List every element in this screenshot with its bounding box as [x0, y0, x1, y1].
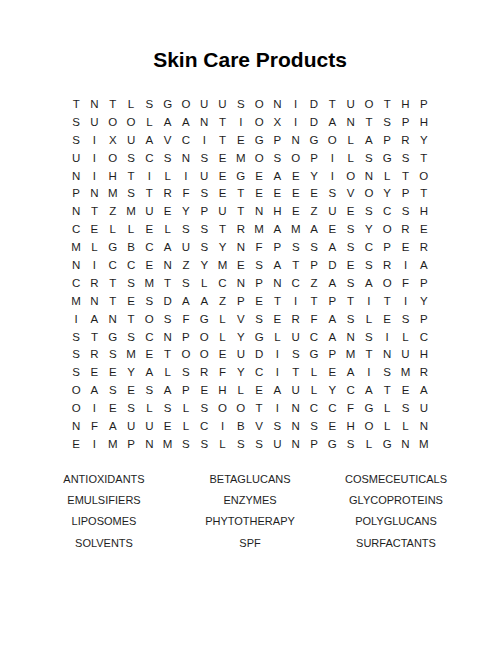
- grid-cell-r9c13: S: [287, 238, 305, 256]
- grid-cell-r9c12: P: [268, 238, 286, 256]
- grid-cell-r19c16: H: [341, 417, 359, 435]
- grid-cell-r5c8: U: [195, 167, 213, 185]
- grid-cell-r3c4: U: [122, 131, 140, 149]
- grid-cell-r16c16: A: [341, 363, 359, 381]
- grid-cell-r12c18: T: [378, 292, 396, 310]
- grid-cell-r16c18: S: [378, 363, 396, 381]
- grid-cell-r2c15: A: [323, 113, 341, 131]
- grid-cell-r2c16: N: [341, 113, 359, 131]
- grid-cell-r8c18: O: [378, 220, 396, 238]
- grid-cell-r17c12: A: [268, 381, 286, 399]
- grid-cell-r8c16: S: [341, 220, 359, 238]
- grid-cell-r17c14: L: [305, 381, 323, 399]
- grid-cell-r10c12: A: [268, 256, 286, 274]
- grid-cell-r12c20: Y: [415, 292, 433, 310]
- grid-cell-r8c1: C: [67, 220, 85, 238]
- grid-cell-r5c20: O: [415, 167, 433, 185]
- grid-cell-r16c4: Y: [122, 363, 140, 381]
- grid-cell-r1c20: P: [415, 95, 433, 113]
- grid-cell-r12c4: E: [122, 292, 140, 310]
- grid-cell-r18c20: U: [415, 399, 433, 417]
- grid-cell-r16c9: F: [213, 363, 231, 381]
- grid-cell-r11c13: C: [287, 274, 305, 292]
- grid-cell-r8c4: L: [122, 220, 140, 238]
- grid-cell-r17c5: S: [140, 381, 158, 399]
- word-list-item: POLYGLUCANS: [323, 511, 469, 532]
- grid-cell-r17c13: U: [287, 381, 305, 399]
- grid-cell-r17c17: A: [360, 381, 378, 399]
- grid-cell-r6c7: F: [177, 184, 195, 202]
- grid-cell-r20c1: E: [67, 435, 85, 453]
- grid-cell-r7c4: M: [122, 202, 140, 220]
- grid-cell-r7c7: Y: [177, 202, 195, 220]
- grid-cell-r8c2: E: [85, 220, 103, 238]
- grid-cell-r14c13: U: [287, 328, 305, 346]
- grid-cell-r3c20: Y: [415, 131, 433, 149]
- grid-cell-r3c2: I: [85, 131, 103, 149]
- grid-cell-r4c9: E: [213, 149, 231, 167]
- grid-cell-r4c7: N: [177, 149, 195, 167]
- grid-cell-r7c20: H: [415, 202, 433, 220]
- grid-cell-r2c12: X: [268, 113, 286, 131]
- grid-cell-r16c11: C: [250, 363, 268, 381]
- grid-cell-r10c20: A: [415, 256, 433, 274]
- grid-cell-r17c2: A: [85, 381, 103, 399]
- grid-cell-r12c3: T: [104, 292, 122, 310]
- grid-cell-r8c14: A: [305, 220, 323, 238]
- grid-cell-r4c20: T: [415, 149, 433, 167]
- grid-cell-r11c16: S: [341, 274, 359, 292]
- grid-cell-r7c2: T: [85, 202, 103, 220]
- grid-cell-r19c17: O: [360, 417, 378, 435]
- grid-cell-r8c20: E: [415, 220, 433, 238]
- grid-cell-r15c20: H: [415, 345, 433, 363]
- grid-cell-r19c9: I: [213, 417, 231, 435]
- grid-cell-r4c14: P: [305, 149, 323, 167]
- grid-cell-r16c20: R: [415, 363, 433, 381]
- grid-cell-r8c6: L: [158, 220, 176, 238]
- word-list-column-1: ANTIOXIDANTSEMULSIFIERSLIPOSOMESSOLVENTS: [31, 469, 177, 554]
- grid-cell-r15c11: D: [250, 345, 268, 363]
- grid-cell-r14c2: T: [85, 328, 103, 346]
- grid-cell-r20c8: S: [195, 435, 213, 453]
- grid-cell-r13c5: O: [140, 310, 158, 328]
- grid-cell-r5c5: I: [140, 167, 158, 185]
- grid-cell-r7c19: S: [396, 202, 414, 220]
- grid-cell-r16c1: S: [67, 363, 85, 381]
- grid-cell-r9c3: G: [104, 238, 122, 256]
- grid-cell-r2c13: I: [287, 113, 305, 131]
- grid-cell-r12c2: N: [85, 292, 103, 310]
- puzzle-page: Skin Care Products TNTLSGOUUSONIDTUOTHPS…: [0, 0, 500, 647]
- grid-cell-r15c12: I: [268, 345, 286, 363]
- grid-cell-r8c10: R: [232, 220, 250, 238]
- grid-cell-r8c13: M: [287, 220, 305, 238]
- grid-cell-r1c10: S: [232, 95, 250, 113]
- grid-cell-r17c7: P: [177, 381, 195, 399]
- grid-cell-r20c19: N: [396, 435, 414, 453]
- grid-cell-r12c9: Z: [213, 292, 231, 310]
- grid-cell-r16c15: E: [323, 363, 341, 381]
- grid-cell-r7c12: H: [268, 202, 286, 220]
- grid-cell-r19c13: N: [287, 417, 305, 435]
- grid-cell-r18c16: F: [341, 399, 359, 417]
- grid-cell-r1c2: N: [85, 95, 103, 113]
- grid-cell-r3c12: P: [268, 131, 286, 149]
- grid-cell-r15c7: O: [177, 345, 195, 363]
- grid-cell-r7c16: E: [341, 202, 359, 220]
- grid-cell-r20c14: P: [305, 435, 323, 453]
- grid-cell-r18c7: L: [177, 399, 195, 417]
- grid-cell-r10c6: N: [158, 256, 176, 274]
- grid-cell-r12c5: S: [140, 292, 158, 310]
- grid-cell-r13c3: N: [104, 310, 122, 328]
- grid-cell-r10c2: I: [85, 256, 103, 274]
- grid-cell-r20c6: M: [158, 435, 176, 453]
- grid-cell-r12c7: A: [177, 292, 195, 310]
- grid-cell-r7c10: T: [232, 202, 250, 220]
- grid-cell-r16c3: E: [104, 363, 122, 381]
- grid-cell-r10c9: M: [213, 256, 231, 274]
- grid-cell-r6c8: S: [195, 184, 213, 202]
- grid-cell-r18c17: G: [360, 399, 378, 417]
- grid-cell-r3c14: G: [305, 131, 323, 149]
- grid-cell-r17c18: T: [378, 381, 396, 399]
- grid-cell-r7c18: C: [378, 202, 396, 220]
- grid-cell-r13c16: S: [341, 310, 359, 328]
- grid-cell-r17c4: E: [122, 381, 140, 399]
- grid-cell-r20c13: N: [287, 435, 305, 453]
- grid-cell-r19c15: E: [323, 417, 341, 435]
- grid-cell-r6c6: R: [158, 184, 176, 202]
- grid-cell-r18c13: N: [287, 399, 305, 417]
- grid-cell-r13c12: E: [268, 310, 286, 328]
- grid-cell-r12c16: T: [341, 292, 359, 310]
- grid-cell-r6c17: O: [360, 184, 378, 202]
- grid-cell-r4c1: U: [67, 149, 85, 167]
- grid-cell-r10c14: P: [305, 256, 323, 274]
- grid-cell-r5c18: L: [378, 167, 396, 185]
- grid-cell-r5c10: G: [232, 167, 250, 185]
- grid-cell-r5c14: Y: [305, 167, 323, 185]
- grid-cell-r3c17: A: [360, 131, 378, 149]
- grid-cell-r11c18: O: [378, 274, 396, 292]
- grid-cell-r4c3: O: [104, 149, 122, 167]
- grid-cell-r6c19: P: [396, 184, 414, 202]
- grid-cell-r3c16: L: [341, 131, 359, 149]
- grid-cell-r9c19: E: [396, 238, 414, 256]
- grid-cell-r15c1: S: [67, 345, 85, 363]
- grid-cell-r18c19: S: [396, 399, 414, 417]
- grid-cell-r9c16: S: [341, 238, 359, 256]
- grid-cell-r18c9: O: [213, 399, 231, 417]
- grid-cell-r9c18: P: [378, 238, 396, 256]
- grid-cell-r6c9: E: [213, 184, 231, 202]
- grid-cell-r6c11: E: [250, 184, 268, 202]
- grid-cell-r20c20: M: [415, 435, 433, 453]
- grid-cell-r14c4: S: [122, 328, 140, 346]
- grid-cell-r13c13: R: [287, 310, 305, 328]
- puzzle-title: Skin Care Products: [0, 0, 500, 73]
- grid-cell-r20c15: G: [323, 435, 341, 453]
- grid-cell-r12c8: A: [195, 292, 213, 310]
- grid-cell-r9c2: L: [85, 238, 103, 256]
- grid-cell-r2c9: T: [213, 113, 231, 131]
- grid-cell-r7c1: N: [67, 202, 85, 220]
- word-list-item: ENZYMES: [177, 490, 323, 511]
- grid-cell-r13c14: F: [305, 310, 323, 328]
- word-list-item: BETAGLUCANS: [177, 469, 323, 490]
- grid-cell-r5c15: I: [323, 167, 341, 185]
- word-list-item: ANTIOXIDANTS: [31, 469, 177, 490]
- grid-cell-r13c6: S: [158, 310, 176, 328]
- grid-cell-r3c1: S: [67, 131, 85, 149]
- grid-cell-r14c14: C: [305, 328, 323, 346]
- grid-cell-r14c8: O: [195, 328, 213, 346]
- grid-cell-r2c2: U: [85, 113, 103, 131]
- grid-cell-r16c8: R: [195, 363, 213, 381]
- grid-cell-r9c10: N: [232, 238, 250, 256]
- word-list: ANTIOXIDANTSEMULSIFIERSLIPOSOMESSOLVENTS…: [0, 469, 500, 554]
- grid-cell-r10c17: S: [360, 256, 378, 274]
- grid-cell-r8c19: R: [396, 220, 414, 238]
- grid-cell-r15c6: T: [158, 345, 176, 363]
- grid-cell-r19c6: E: [158, 417, 176, 435]
- grid-cell-r15c3: S: [104, 345, 122, 363]
- grid-cell-r19c3: A: [104, 417, 122, 435]
- grid-cell-r7c11: N: [250, 202, 268, 220]
- grid-cell-r13c8: G: [195, 310, 213, 328]
- grid-cell-r15c10: U: [232, 345, 250, 363]
- grid-cell-r10c19: I: [396, 256, 414, 274]
- grid-cell-r15c19: U: [396, 345, 414, 363]
- grid-cell-r9c4: B: [122, 238, 140, 256]
- grid-cell-r18c5: L: [140, 399, 158, 417]
- grid-cell-r14c20: C: [415, 328, 433, 346]
- grid-cell-r2c19: P: [396, 113, 414, 131]
- grid-cell-r14c16: N: [341, 328, 359, 346]
- grid-cell-r18c18: L: [378, 399, 396, 417]
- grid-cell-r12c6: D: [158, 292, 176, 310]
- grid-cell-r5c11: E: [250, 167, 268, 185]
- grid-cell-r15c14: G: [305, 345, 323, 363]
- grid-cell-r12c10: P: [232, 292, 250, 310]
- grid-cell-r9c9: Y: [213, 238, 231, 256]
- grid-cell-r2c3: O: [104, 113, 122, 131]
- grid-cell-r10c8: Y: [195, 256, 213, 274]
- grid-cell-r4c19: S: [396, 149, 414, 167]
- grid-cell-r18c3: E: [104, 399, 122, 417]
- grid-cell-r1c15: T: [323, 95, 341, 113]
- grid-cell-r6c16: V: [341, 184, 359, 202]
- grid-cell-r1c6: G: [158, 95, 176, 113]
- grid-cell-r17c8: E: [195, 381, 213, 399]
- grid-cell-r19c19: L: [396, 417, 414, 435]
- grid-cell-r8c17: Y: [360, 220, 378, 238]
- grid-cell-r16c5: A: [140, 363, 158, 381]
- grid-cell-r14c19: L: [396, 328, 414, 346]
- grid-cell-r1c11: O: [250, 95, 268, 113]
- grid-cell-r14c12: L: [268, 328, 286, 346]
- grid-cell-r2c7: A: [177, 113, 195, 131]
- grid-cell-r19c18: L: [378, 417, 396, 435]
- grid-cell-r9c20: R: [415, 238, 433, 256]
- grid-cell-r5c9: E: [213, 167, 231, 185]
- grid-cell-r3c8: I: [195, 131, 213, 149]
- grid-cell-r5c19: T: [396, 167, 414, 185]
- grid-cell-r3c11: G: [250, 131, 268, 149]
- grid-cell-r3c6: V: [158, 131, 176, 149]
- grid-cell-r17c9: H: [213, 381, 231, 399]
- word-list-item: GLYCOPROTEINS: [323, 490, 469, 511]
- grid-cell-r7c14: Z: [305, 202, 323, 220]
- grid-cell-r14c1: S: [67, 328, 85, 346]
- grid-cell-r6c18: Y: [378, 184, 396, 202]
- grid-cell-r8c7: S: [177, 220, 195, 238]
- grid-cell-r1c12: N: [268, 95, 286, 113]
- grid-cell-r19c20: N: [415, 417, 433, 435]
- grid-cell-r16c19: M: [396, 363, 414, 381]
- word-list-column-3: COSMECEUTICALSGLYCOPROTEINSPOLYGLUCANSSU…: [323, 469, 469, 554]
- grid-cell-r11c2: R: [85, 274, 103, 292]
- grid-cell-r2c18: S: [378, 113, 396, 131]
- grid-cell-r3c13: N: [287, 131, 305, 149]
- grid-cell-r1c4: L: [122, 95, 140, 113]
- grid-cell-r20c16: S: [341, 435, 359, 453]
- word-list-item: COSMECEUTICALS: [323, 469, 469, 490]
- grid-cell-r7c5: U: [140, 202, 158, 220]
- grid-cell-r5c6: L: [158, 167, 176, 185]
- grid-cell-r13c11: S: [250, 310, 268, 328]
- grid-cell-r9c1: M: [67, 238, 85, 256]
- grid-cell-r16c17: I: [360, 363, 378, 381]
- grid-cell-r16c14: L: [305, 363, 323, 381]
- grid-cell-r9c5: C: [140, 238, 158, 256]
- grid-cell-r17c16: C: [341, 381, 359, 399]
- grid-cell-r16c2: E: [85, 363, 103, 381]
- grid-cell-r16c6: L: [158, 363, 176, 381]
- grid-cell-r18c4: S: [122, 399, 140, 417]
- grid-cell-r4c4: S: [122, 149, 140, 167]
- grid-cell-r4c8: S: [195, 149, 213, 167]
- grid-cell-r7c13: E: [287, 202, 305, 220]
- grid-cell-r10c7: Z: [177, 256, 195, 274]
- grid-cell-r8c8: S: [195, 220, 213, 238]
- grid-cell-r13c1: I: [67, 310, 85, 328]
- word-list-item: SOLVENTS: [31, 533, 177, 554]
- grid-cell-r12c1: M: [67, 292, 85, 310]
- grid-cell-r8c12: A: [268, 220, 286, 238]
- grid-cell-r4c16: L: [341, 149, 359, 167]
- grid-cell-r10c11: S: [250, 256, 268, 274]
- grid-cell-r13c9: L: [213, 310, 231, 328]
- grid-cell-r20c18: G: [378, 435, 396, 453]
- grid-cell-r11c5: M: [140, 274, 158, 292]
- grid-cell-r20c2: I: [85, 435, 103, 453]
- grid-cell-r10c13: T: [287, 256, 305, 274]
- grid-cell-r16c7: S: [177, 363, 195, 381]
- grid-cell-r17c11: E: [250, 381, 268, 399]
- word-list-item: LIPOSOMES: [31, 511, 177, 532]
- grid-cell-r3c10: E: [232, 131, 250, 149]
- grid-cell-r13c2: A: [85, 310, 103, 328]
- grid-cell-r5c4: T: [122, 167, 140, 185]
- grid-cell-r6c14: E: [305, 184, 323, 202]
- grid-cell-r6c13: E: [287, 184, 305, 202]
- grid-cell-r4c5: C: [140, 149, 158, 167]
- grid-cell-r9c17: C: [360, 238, 378, 256]
- grid-cell-r4c17: S: [360, 149, 378, 167]
- grid-cell-r15c2: R: [85, 345, 103, 363]
- grid-cell-r11c6: T: [158, 274, 176, 292]
- grid-cell-r8c11: M: [250, 220, 268, 238]
- grid-cell-r15c5: E: [140, 345, 158, 363]
- grid-cell-r17c15: Y: [323, 381, 341, 399]
- grid-cell-r5c17: N: [360, 167, 378, 185]
- grid-cell-r13c20: P: [415, 310, 433, 328]
- grid-cell-r1c19: H: [396, 95, 414, 113]
- grid-cell-r11c17: A: [360, 274, 378, 292]
- grid-cell-r14c5: C: [140, 328, 158, 346]
- grid-cell-r6c2: N: [85, 184, 103, 202]
- grid-cell-r5c12: A: [268, 167, 286, 185]
- grid-cell-r20c10: S: [232, 435, 250, 453]
- grid-cell-r4c18: G: [378, 149, 396, 167]
- grid-cell-r8c3: L: [104, 220, 122, 238]
- grid-cell-r3c18: P: [378, 131, 396, 149]
- word-list-item: SPF: [177, 533, 323, 554]
- grid-cell-r10c10: E: [232, 256, 250, 274]
- grid-cell-r17c1: O: [67, 381, 85, 399]
- grid-cell-r1c8: U: [195, 95, 213, 113]
- grid-cell-r20c7: S: [177, 435, 195, 453]
- grid-cell-r9c11: F: [250, 238, 268, 256]
- grid-cell-r11c15: A: [323, 274, 341, 292]
- grid-cell-r12c17: I: [360, 292, 378, 310]
- grid-cell-r7c8: P: [195, 202, 213, 220]
- grid-cell-r17c20: A: [415, 381, 433, 399]
- grid-cell-r18c10: O: [232, 399, 250, 417]
- grid-cell-r13c18: E: [378, 310, 396, 328]
- grid-cell-r17c10: L: [232, 381, 250, 399]
- grid-cell-r18c14: C: [305, 399, 323, 417]
- grid-cell-r14c15: A: [323, 328, 341, 346]
- grid-cell-r5c7: I: [177, 167, 195, 185]
- grid-cell-r14c6: N: [158, 328, 176, 346]
- grid-cell-r14c7: P: [177, 328, 195, 346]
- word-list-item: PHYTOTHERAPY: [177, 511, 323, 532]
- grid-cell-r19c14: S: [305, 417, 323, 435]
- grid-cell-r18c2: I: [85, 399, 103, 417]
- grid-cell-r3c7: C: [177, 131, 195, 149]
- grid-cell-r7c3: Z: [104, 202, 122, 220]
- grid-cell-r9c15: A: [323, 238, 341, 256]
- grid-cell-r2c10: I: [232, 113, 250, 131]
- grid-cell-r6c3: M: [104, 184, 122, 202]
- grid-cell-r2c1: S: [67, 113, 85, 131]
- grid-cell-r4c6: S: [158, 149, 176, 167]
- grid-cell-r18c1: O: [67, 399, 85, 417]
- grid-cell-r2c4: O: [122, 113, 140, 131]
- grid-cell-r14c10: Y: [232, 328, 250, 346]
- grid-cell-r12c19: I: [396, 292, 414, 310]
- grid-cell-r15c4: M: [122, 345, 140, 363]
- grid-cell-r6c15: S: [323, 184, 341, 202]
- grid-cell-r1c3: T: [104, 95, 122, 113]
- grid-cell-r6c1: P: [67, 184, 85, 202]
- grid-cell-r9c8: S: [195, 238, 213, 256]
- grid-cell-r11c12: N: [268, 274, 286, 292]
